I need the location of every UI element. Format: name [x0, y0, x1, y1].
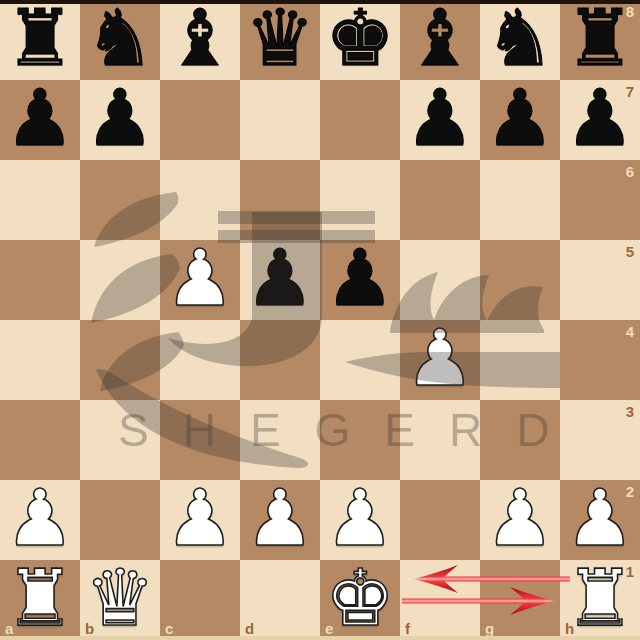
square-c4[interactable] [160, 320, 240, 400]
square-h6[interactable] [560, 160, 640, 240]
black-bishop-c8[interactable]: ♝ [160, 0, 240, 78]
square-d7[interactable] [240, 80, 320, 160]
square-f1[interactable] [400, 560, 480, 640]
black-pawn-f7[interactable]: ♟ [400, 78, 480, 158]
black-pawn-h7[interactable]: ♟ [560, 78, 640, 158]
board-bottom-edge [0, 636, 640, 640]
square-b3[interactable] [80, 400, 160, 480]
square-b2[interactable] [80, 480, 160, 560]
black-king-e8[interactable]: ♚ [320, 0, 400, 78]
square-a5[interactable] [0, 240, 80, 320]
black-pawn-a7[interactable]: ♟ [0, 78, 80, 158]
square-e7[interactable] [320, 80, 400, 160]
square-g5[interactable] [480, 240, 560, 320]
black-knight-g8[interactable]: ♞ [480, 0, 560, 78]
black-queen-d8[interactable]: ♛ [240, 0, 320, 78]
square-h4[interactable] [560, 320, 640, 400]
square-d4[interactable] [240, 320, 320, 400]
board-top-edge [0, 0, 640, 4]
white-rook-a1[interactable]: ♜ [0, 558, 80, 638]
square-a6[interactable] [0, 160, 80, 240]
square-e3[interactable] [320, 400, 400, 480]
square-c7[interactable] [160, 80, 240, 160]
square-e6[interactable] [320, 160, 400, 240]
white-pawn-e2[interactable]: ♟ [320, 478, 400, 558]
square-a3[interactable] [0, 400, 80, 480]
white-pawn-d2[interactable]: ♟ [240, 478, 320, 558]
square-b6[interactable] [80, 160, 160, 240]
square-b4[interactable] [80, 320, 160, 400]
square-g3[interactable] [480, 400, 560, 480]
square-f6[interactable] [400, 160, 480, 240]
square-a4[interactable] [0, 320, 80, 400]
black-rook-a8[interactable]: ♜ [0, 0, 80, 78]
black-bishop-f8[interactable]: ♝ [400, 0, 480, 78]
black-pawn-e5[interactable]: ♟ [320, 238, 400, 318]
black-pawn-b7[interactable]: ♟ [80, 78, 160, 158]
square-h5[interactable] [560, 240, 640, 320]
square-g6[interactable] [480, 160, 560, 240]
white-pawn-c5[interactable]: ♟ [160, 238, 240, 318]
square-c3[interactable] [160, 400, 240, 480]
black-pawn-d5[interactable]: ♟ [240, 238, 320, 318]
square-f3[interactable] [400, 400, 480, 480]
white-pawn-g2[interactable]: ♟ [480, 478, 560, 558]
square-d3[interactable] [240, 400, 320, 480]
white-pawn-h2[interactable]: ♟ [560, 478, 640, 558]
square-c6[interactable] [160, 160, 240, 240]
square-e4[interactable] [320, 320, 400, 400]
white-pawn-f4[interactable]: ♟ [400, 318, 480, 398]
black-rook-h8[interactable]: ♜ [560, 0, 640, 78]
square-f2[interactable] [400, 480, 480, 560]
chess-board: ♜♞♝♛♚♝♞♜♟♟♟♟♟♟♟♟♟♟♟♟♟♟♟♜♛♚♜ abcdefgh1234… [0, 0, 640, 640]
black-knight-b8[interactable]: ♞ [80, 0, 160, 78]
square-g1[interactable] [480, 560, 560, 640]
square-d6[interactable] [240, 160, 320, 240]
square-f5[interactable] [400, 240, 480, 320]
square-b5[interactable] [80, 240, 160, 320]
black-pawn-g7[interactable]: ♟ [480, 78, 560, 158]
white-rook-h1[interactable]: ♜ [560, 558, 640, 638]
square-c1[interactable] [160, 560, 240, 640]
white-pawn-c2[interactable]: ♟ [160, 478, 240, 558]
square-g4[interactable] [480, 320, 560, 400]
square-h3[interactable] [560, 400, 640, 480]
square-d1[interactable] [240, 560, 320, 640]
white-queen-b1[interactable]: ♛ [80, 558, 160, 638]
white-pawn-a2[interactable]: ♟ [0, 478, 80, 558]
white-king-e1[interactable]: ♚ [320, 558, 400, 638]
